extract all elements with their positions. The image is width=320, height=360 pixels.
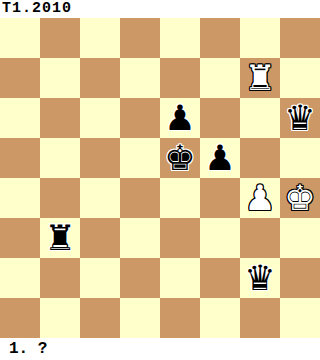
square-c5[interactable] [80,138,120,178]
black-king[interactable]: ♚ [164,138,195,178]
square-e4[interactable] [160,178,200,218]
black-queen[interactable]: ♛ [244,258,275,298]
square-b8[interactable] [40,18,80,58]
square-b2[interactable] [40,258,80,298]
square-f3[interactable] [200,218,240,258]
square-c4[interactable] [80,178,120,218]
square-g6[interactable] [240,98,280,138]
square-b7[interactable] [40,58,80,98]
square-c8[interactable] [80,18,120,58]
square-a3[interactable] [0,218,40,258]
square-g4[interactable]: ♟ [240,178,280,218]
square-a8[interactable] [0,18,40,58]
square-g3[interactable] [240,218,280,258]
square-e3[interactable] [160,218,200,258]
square-g7[interactable]: ♜ [240,58,280,98]
move-prompt: 1. ? [9,338,47,360]
square-d4[interactable] [120,178,160,218]
square-d6[interactable] [120,98,160,138]
square-h1[interactable] [280,298,320,338]
square-h6[interactable]: ♛ [280,98,320,138]
square-b4[interactable] [40,178,80,218]
white-king[interactable]: ♚ [284,178,315,218]
square-b3[interactable]: ♜ [40,218,80,258]
square-e1[interactable] [160,298,200,338]
square-f8[interactable] [200,18,240,58]
square-f5[interactable]: ♟ [200,138,240,178]
square-g2[interactable]: ♛ [240,258,280,298]
square-b5[interactable] [40,138,80,178]
white-pawn[interactable]: ♟ [244,178,275,218]
square-d1[interactable] [120,298,160,338]
square-f7[interactable] [200,58,240,98]
square-a4[interactable] [0,178,40,218]
square-h2[interactable] [280,258,320,298]
black-pawn[interactable]: ♟ [204,138,235,178]
square-c1[interactable] [80,298,120,338]
square-c6[interactable] [80,98,120,138]
square-h3[interactable] [280,218,320,258]
square-a1[interactable] [0,298,40,338]
square-e6[interactable]: ♟ [160,98,200,138]
square-h8[interactable] [280,18,320,58]
square-a7[interactable] [0,58,40,98]
square-a2[interactable] [0,258,40,298]
square-b6[interactable] [40,98,80,138]
square-f6[interactable] [200,98,240,138]
square-f1[interactable] [200,298,240,338]
square-f4[interactable] [200,178,240,218]
square-h7[interactable] [280,58,320,98]
square-a5[interactable] [0,138,40,178]
puzzle-title: T1.2010 [2,0,72,18]
square-h4[interactable]: ♚ [280,178,320,218]
square-e8[interactable] [160,18,200,58]
square-e2[interactable] [160,258,200,298]
square-g1[interactable] [240,298,280,338]
white-rook[interactable]: ♜ [244,58,275,98]
square-b1[interactable] [40,298,80,338]
square-d8[interactable] [120,18,160,58]
square-e7[interactable] [160,58,200,98]
square-e5[interactable]: ♚ [160,138,200,178]
square-c2[interactable] [80,258,120,298]
square-g5[interactable] [240,138,280,178]
square-c7[interactable] [80,58,120,98]
square-a6[interactable] [0,98,40,138]
square-d7[interactable] [120,58,160,98]
square-d3[interactable] [120,218,160,258]
chess-board: ♜♟♛♚♟♟♚♜♛ [0,18,320,338]
square-h5[interactable] [280,138,320,178]
square-g8[interactable] [240,18,280,58]
square-c3[interactable] [80,218,120,258]
square-d2[interactable] [120,258,160,298]
black-queen[interactable]: ♛ [284,98,315,138]
square-d5[interactable] [120,138,160,178]
square-f2[interactable] [200,258,240,298]
black-pawn[interactable]: ♟ [164,98,195,138]
black-rook[interactable]: ♜ [44,218,75,258]
